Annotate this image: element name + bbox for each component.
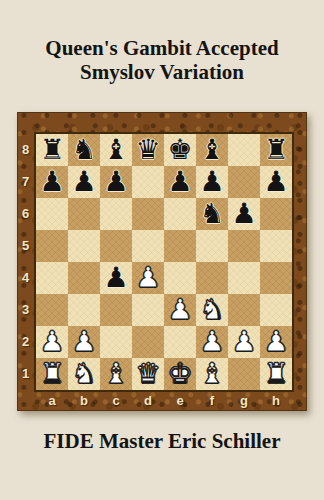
square-e6 (164, 198, 196, 230)
piece-black-pawn: ♟ (103, 262, 128, 294)
file-labels: abcdefgh (36, 392, 292, 411)
piece-white-pawn: ♟ (39, 326, 64, 358)
square-c2 (100, 326, 132, 358)
square-e8: ♚ (164, 134, 196, 166)
board-squares: ♜♞♝♛♚♝♜♟♟♟♟♟♟♞♟♟♟♟♞♟♟♟♟♟♜♞♝♛♚♝♜ (34, 132, 294, 392)
file-label-b: b (68, 392, 100, 411)
square-a2: ♟ (36, 326, 68, 358)
square-a1: ♜ (36, 358, 68, 390)
piece-black-pawn: ♟ (231, 198, 256, 230)
piece-black-bishop: ♝ (103, 134, 128, 166)
square-g5 (228, 230, 260, 262)
square-c5 (100, 230, 132, 262)
square-a4 (36, 262, 68, 294)
square-h3 (260, 294, 292, 326)
author-name: FIDE Master Eric Schiller (0, 429, 324, 454)
square-b4 (68, 262, 100, 294)
square-f4 (196, 262, 228, 294)
square-a6 (36, 198, 68, 230)
square-f3: ♞ (196, 294, 228, 326)
piece-white-bishop: ♝ (199, 358, 224, 390)
square-b1: ♞ (68, 358, 100, 390)
square-e7: ♟ (164, 166, 196, 198)
square-g1 (228, 358, 260, 390)
piece-black-pawn: ♟ (71, 166, 96, 198)
file-label-e: e (164, 392, 196, 411)
square-c7: ♟ (100, 166, 132, 198)
square-f7: ♟ (196, 166, 228, 198)
file-label-f: f (196, 392, 228, 411)
piece-white-pawn: ♟ (135, 262, 160, 294)
square-b7: ♟ (68, 166, 100, 198)
square-g3 (228, 294, 260, 326)
book-title: Queen's Gambit Accepted Smyslov Variatio… (6, 36, 318, 84)
square-h5 (260, 230, 292, 262)
rank-label-8: 8 (17, 134, 34, 166)
square-b2: ♟ (68, 326, 100, 358)
file-label-g: g (228, 392, 260, 411)
square-h8: ♜ (260, 134, 292, 166)
square-e1: ♚ (164, 358, 196, 390)
square-g2: ♟ (228, 326, 260, 358)
square-g7 (228, 166, 260, 198)
square-a8: ♜ (36, 134, 68, 166)
rank-label-3: 3 (17, 294, 34, 326)
square-f5 (196, 230, 228, 262)
square-b3 (68, 294, 100, 326)
square-a7: ♟ (36, 166, 68, 198)
file-label-h: h (260, 392, 292, 411)
piece-white-knight: ♞ (199, 294, 224, 326)
square-e3: ♟ (164, 294, 196, 326)
square-d2 (132, 326, 164, 358)
square-d5 (132, 230, 164, 262)
rank-label-7: 7 (17, 166, 34, 198)
piece-black-pawn: ♟ (167, 166, 192, 198)
square-b8: ♞ (68, 134, 100, 166)
rank-label-6: 6 (17, 198, 34, 230)
chess-board: 87654321 ♜♞♝♛♚♝♜♟♟♟♟♟♟♞♟♟♟♟♞♟♟♟♟♟♜♞♝♛♚♝♜… (17, 112, 307, 411)
square-g8 (228, 134, 260, 166)
piece-white-knight: ♞ (71, 358, 96, 390)
square-c8: ♝ (100, 134, 132, 166)
square-b6 (68, 198, 100, 230)
square-e5 (164, 230, 196, 262)
piece-white-rook: ♜ (263, 358, 288, 390)
square-f6: ♞ (196, 198, 228, 230)
piece-black-knight: ♞ (71, 134, 96, 166)
square-g4 (228, 262, 260, 294)
piece-white-king: ♚ (167, 358, 192, 390)
square-h6 (260, 198, 292, 230)
piece-black-pawn: ♟ (199, 166, 224, 198)
piece-black-pawn: ♟ (103, 166, 128, 198)
square-d7 (132, 166, 164, 198)
square-h7: ♟ (260, 166, 292, 198)
title-line-2: Smyslov Variation (80, 60, 244, 84)
file-label-d: d (132, 392, 164, 411)
square-f1: ♝ (196, 358, 228, 390)
piece-black-pawn: ♟ (39, 166, 64, 198)
piece-white-pawn: ♟ (231, 326, 256, 358)
square-h4 (260, 262, 292, 294)
square-d4: ♟ (132, 262, 164, 294)
piece-white-queen: ♛ (135, 358, 160, 390)
square-d3 (132, 294, 164, 326)
piece-black-rook: ♜ (39, 134, 64, 166)
rank-label-2: 2 (17, 326, 34, 358)
file-label-a: a (36, 392, 68, 411)
piece-black-bishop: ♝ (199, 134, 224, 166)
square-a5 (36, 230, 68, 262)
file-label-c: c (100, 392, 132, 411)
piece-black-knight: ♞ (199, 198, 224, 230)
square-h1: ♜ (260, 358, 292, 390)
piece-white-bishop: ♝ (103, 358, 128, 390)
piece-white-pawn: ♟ (263, 326, 288, 358)
square-c3 (100, 294, 132, 326)
piece-black-queen: ♛ (135, 134, 160, 166)
piece-white-pawn: ♟ (71, 326, 96, 358)
piece-black-king: ♚ (167, 134, 192, 166)
rank-label-4: 4 (17, 262, 34, 294)
square-b5 (68, 230, 100, 262)
piece-black-pawn: ♟ (263, 166, 288, 198)
rank-label-1: 1 (17, 358, 34, 390)
square-c4: ♟ (100, 262, 132, 294)
square-f8: ♝ (196, 134, 228, 166)
book-cover: Queen's Gambit Accepted Smyslov Variatio… (0, 0, 324, 500)
square-e4 (164, 262, 196, 294)
square-d6 (132, 198, 164, 230)
piece-white-pawn: ♟ (167, 294, 192, 326)
piece-black-rook: ♜ (263, 134, 288, 166)
square-h2: ♟ (260, 326, 292, 358)
square-a3 (36, 294, 68, 326)
square-d8: ♛ (132, 134, 164, 166)
rank-labels: 87654321 (17, 134, 34, 390)
piece-white-pawn: ♟ (199, 326, 224, 358)
piece-white-rook: ♜ (39, 358, 64, 390)
square-c1: ♝ (100, 358, 132, 390)
title-line-1: Queen's Gambit Accepted (45, 36, 278, 60)
square-g6: ♟ (228, 198, 260, 230)
rank-label-5: 5 (17, 230, 34, 262)
square-d1: ♛ (132, 358, 164, 390)
square-e2 (164, 326, 196, 358)
square-c6 (100, 198, 132, 230)
square-f2: ♟ (196, 326, 228, 358)
